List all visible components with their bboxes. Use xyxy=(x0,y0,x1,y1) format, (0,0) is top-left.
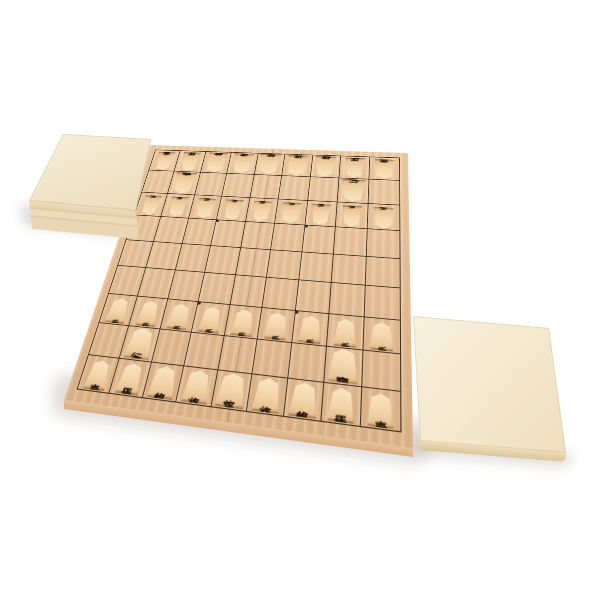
square-2-4[interactable] xyxy=(334,227,367,256)
piece-kanji: 歩兵 xyxy=(229,209,238,211)
piece-gote-lance[interactable]: 香車 xyxy=(153,152,176,170)
piece-sente-pawn[interactable]: 歩兵 xyxy=(104,297,131,323)
square-4-8[interactable] xyxy=(253,340,292,378)
right-piece-box[interactable] xyxy=(413,316,566,453)
piece-gote-bishop[interactable]: 角行 xyxy=(340,179,366,202)
piece-sente-knight[interactable]: 桂馬 xyxy=(327,386,356,424)
piece-kanji: 香車 xyxy=(379,168,388,170)
piece-sente-pawn[interactable]: 歩兵 xyxy=(369,322,393,352)
square-1-7[interactable]: 歩兵 xyxy=(363,317,400,354)
square-2-9[interactable]: 桂馬 xyxy=(322,382,362,426)
piece-sente-jeweled-king[interactable]: 玉将 xyxy=(214,372,249,410)
piece-sente-pawn[interactable]: 歩兵 xyxy=(230,309,256,337)
piece-kanji: 歩兵 xyxy=(379,217,389,220)
piece-kanji: 角行 xyxy=(348,189,359,191)
piece-sente-lance[interactable]: 香車 xyxy=(83,359,114,391)
piece-gote-rook[interactable]: 飛車 xyxy=(170,172,197,194)
square-1-8[interactable] xyxy=(362,351,400,392)
piece-kanji: 王将 xyxy=(265,163,275,165)
piece-gote-pawn[interactable]: 歩兵 xyxy=(280,202,302,223)
square-4-7[interactable]: 歩兵 xyxy=(258,308,296,344)
piece-sente-pawn[interactable]: 歩兵 xyxy=(135,300,162,327)
square-2-5[interactable] xyxy=(332,254,367,285)
piece-kanji: 歩兵 xyxy=(305,328,316,332)
square-1-2[interactable] xyxy=(368,180,399,206)
piece-gote-pawn[interactable]: 歩兵 xyxy=(139,195,162,215)
piece-kanji: 桂馬 xyxy=(349,167,359,169)
square-2-8[interactable]: 飛車 xyxy=(324,347,363,387)
square-4-5[interactable] xyxy=(267,250,302,280)
piece-kanji: 歩兵 xyxy=(257,210,266,212)
square-6-1[interactable]: 金将 xyxy=(227,153,258,175)
piece-kanji: 歩兵 xyxy=(340,331,351,335)
piece-gote-pawn[interactable]: 歩兵 xyxy=(166,197,189,217)
square-3-1[interactable]: 銀将 xyxy=(310,155,341,178)
piece-kanji: 歩兵 xyxy=(147,204,156,206)
piece-gote-king[interactable]: 王将 xyxy=(257,154,283,175)
piece-kanji: 桂馬 xyxy=(125,376,136,380)
square-5-7[interactable]: 歩兵 xyxy=(224,305,262,340)
piece-sente-lance[interactable]: 香車 xyxy=(367,392,394,429)
square-1-9[interactable]: 香車 xyxy=(360,387,400,431)
square-3-7[interactable]: 歩兵 xyxy=(292,311,330,347)
piece-sente-knight[interactable]: 桂馬 xyxy=(114,362,146,395)
piece-kanji: 歩兵 xyxy=(286,212,295,215)
square-1-4[interactable] xyxy=(366,229,399,259)
piece-gote-gold-general[interactable]: 金将 xyxy=(230,154,255,174)
piece-kanji: 香車 xyxy=(160,160,168,162)
square-2-1[interactable]: 桂馬 xyxy=(339,156,369,180)
square-3-5[interactable] xyxy=(299,252,334,283)
piece-kanji: 歩兵 xyxy=(174,315,184,318)
piece-kanji: 歩兵 xyxy=(238,321,248,325)
piece-kanji: 香車 xyxy=(93,373,104,377)
square-4-6[interactable] xyxy=(262,278,298,311)
piece-kanji: 銀将 xyxy=(157,380,169,384)
piece-sente-silver-general[interactable]: 銀将 xyxy=(146,365,179,400)
piece-kanji: 飛車 xyxy=(337,363,350,367)
piece-kanji: 銀将 xyxy=(297,397,310,402)
piece-kanji: 歩兵 xyxy=(201,207,210,209)
square-3-4[interactable] xyxy=(302,226,336,255)
piece-sente-pawn[interactable]: 歩兵 xyxy=(197,306,223,334)
square-4-2[interactable] xyxy=(279,176,311,201)
square-5-9[interactable]: 玉将 xyxy=(211,370,252,411)
piece-kanji: 桂馬 xyxy=(186,161,195,163)
piece-gote-pawn[interactable]: 歩兵 xyxy=(222,200,245,221)
piece-gote-gold-general[interactable]: 金将 xyxy=(285,155,309,176)
piece-kanji: 歩兵 xyxy=(143,312,153,315)
piece-sente-gold-general[interactable]: 金将 xyxy=(180,369,213,405)
square-3-2[interactable] xyxy=(308,177,340,202)
piece-kanji: 歩兵 xyxy=(316,213,325,216)
product-photo-shogi-set: 香車桂馬銀将金将王将金将銀将桂馬香車飛車角行歩兵歩兵歩兵歩兵歩兵歩兵歩兵歩兵歩兵… xyxy=(0,0,600,600)
piece-kanji: 金将 xyxy=(191,384,203,388)
piece-sente-silver-general[interactable]: 銀将 xyxy=(288,381,320,419)
square-4-3[interactable]: 歩兵 xyxy=(275,199,308,225)
piece-gote-knight[interactable]: 桂馬 xyxy=(343,158,365,178)
square-6-2[interactable] xyxy=(222,174,254,198)
piece-kanji: 金将 xyxy=(238,162,248,164)
square-1-3[interactable]: 歩兵 xyxy=(367,204,399,231)
piece-sente-pawn[interactable]: 歩兵 xyxy=(333,318,358,348)
square-2-2[interactable]: 角行 xyxy=(338,179,369,204)
piece-kanji: 角行 xyxy=(134,341,146,345)
square-4-4[interactable] xyxy=(271,224,305,252)
piece-gote-silver-general[interactable]: 銀将 xyxy=(314,156,338,177)
piece-kanji: 歩兵 xyxy=(376,334,387,338)
piece-gote-silver-general[interactable]: 銀将 xyxy=(204,153,229,173)
square-5-4[interactable] xyxy=(241,222,275,250)
piece-kanji: 歩兵 xyxy=(113,309,123,312)
square-5-3[interactable]: 歩兵 xyxy=(246,198,279,224)
piece-gote-pawn[interactable]: 歩兵 xyxy=(310,204,332,226)
square-5-2[interactable] xyxy=(250,175,282,199)
piece-kanji: 歩兵 xyxy=(206,318,216,322)
square-2-7[interactable]: 歩兵 xyxy=(327,314,364,351)
piece-gote-lance[interactable]: 香車 xyxy=(374,159,395,179)
piece-kanji: 歩兵 xyxy=(271,324,282,328)
square-5-8[interactable] xyxy=(218,336,258,374)
square-5-1[interactable]: 王将 xyxy=(254,154,285,177)
piece-gote-pawn[interactable]: 歩兵 xyxy=(373,207,394,229)
piece-gote-knight[interactable]: 桂馬 xyxy=(178,152,201,171)
square-2-6[interactable] xyxy=(329,283,365,317)
square-1-1[interactable]: 香車 xyxy=(369,157,399,181)
square-4-9[interactable]: 金将 xyxy=(247,374,288,416)
piece-kanji: 金将 xyxy=(261,393,274,398)
square-3-3[interactable]: 歩兵 xyxy=(305,201,338,228)
square-5-6[interactable] xyxy=(230,275,267,307)
piece-kanji: 歩兵 xyxy=(173,206,182,208)
piece-kanji: 金将 xyxy=(292,164,302,166)
piece-sente-pawn[interactable]: 歩兵 xyxy=(166,303,193,330)
piece-sente-bishop[interactable]: 角行 xyxy=(123,327,157,360)
square-6-3[interactable]: 歩兵 xyxy=(217,196,250,222)
piece-gote-pawn[interactable]: 歩兵 xyxy=(341,205,363,227)
square-3-9[interactable]: 銀将 xyxy=(284,378,325,421)
piece-kanji: 桂馬 xyxy=(335,402,348,407)
square-2-3[interactable]: 歩兵 xyxy=(336,202,368,229)
piece-gote-pawn[interactable]: 歩兵 xyxy=(250,201,272,222)
piece-kanji: 銀将 xyxy=(321,165,331,167)
square-3-6[interactable] xyxy=(296,280,332,313)
left-piece-box[interactable] xyxy=(29,134,151,211)
piece-sente-rook[interactable]: 飛車 xyxy=(327,348,359,385)
square-1-5[interactable] xyxy=(365,257,399,289)
square-3-8[interactable] xyxy=(288,343,327,382)
piece-sente-pawn[interactable]: 歩兵 xyxy=(298,315,323,344)
square-4-1[interactable]: 金将 xyxy=(282,154,313,177)
piece-sente-pawn[interactable]: 歩兵 xyxy=(263,312,289,341)
piece-kanji: 銀将 xyxy=(211,161,220,163)
piece-kanji: 飛車 xyxy=(179,182,189,184)
piece-kanji: 歩兵 xyxy=(347,215,356,218)
square-5-5[interactable] xyxy=(236,248,271,278)
piece-sente-gold-general[interactable]: 金将 xyxy=(251,377,283,414)
square-1-6[interactable] xyxy=(364,286,400,321)
piece-kanji: 玉将 xyxy=(225,388,238,393)
piece-gote-pawn[interactable]: 歩兵 xyxy=(193,198,216,219)
piece-kanji: 香車 xyxy=(374,408,386,413)
